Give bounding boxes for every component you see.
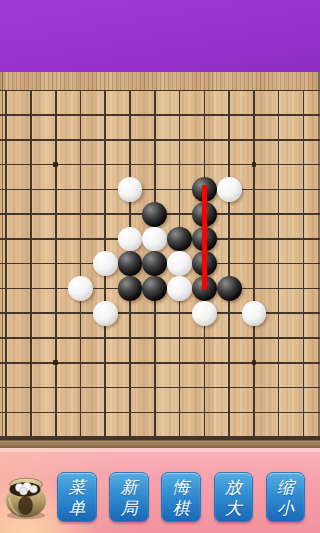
white-stone: ○ [217,177,242,202]
gomoku-app-screen: ○●○●●○○●●○●●○●○●●○●●○○○ [0,0,320,533]
header-bar [0,0,320,73]
board-left-edge [2,72,3,438]
white-stone: ○ [242,301,267,326]
grid-line-h [0,312,320,314]
white-stone: ○ [93,251,118,276]
grid-line-h [0,337,320,339]
grid-line-h [0,90,320,92]
white-stone: ○ [68,276,93,301]
black-stone: ● [142,276,167,301]
toolbar-top-highlight [0,448,320,452]
star-point [53,162,58,167]
black-stone: ● [217,276,242,301]
undo-button[interactable]: 悔棋 [161,472,201,522]
toolbar-buttons: 菜单 新局 悔棋 放大 缩小 [57,472,305,522]
grid-line-h [0,362,320,364]
win-line [202,185,207,290]
go-board[interactable]: ○●○●●○○●●○●●○●○●●○●●○○○ [0,72,320,448]
star-point [53,360,58,365]
new-game-button[interactable]: 新局 [109,472,149,522]
menu-button[interactable]: 菜单 [57,472,97,522]
toolbar: 菜单 新局 悔棋 放大 缩小 [0,448,320,533]
star-point [252,162,257,167]
white-stone: ○ [192,301,217,326]
zoom-in-button[interactable]: 放大 [214,472,254,522]
black-stone: ● [167,227,192,252]
grid-line-h [0,412,320,414]
grid-line-h [0,164,320,166]
black-stone: ● [118,276,143,301]
grid-line-h [0,139,320,141]
star-point [252,360,257,365]
white-stone: ○ [93,301,118,326]
white-stone: ○ [142,227,167,252]
board-top-margin [0,72,320,90]
grid-line-h [0,387,320,389]
white-stone: ○ [167,251,192,276]
board-bottom-edge [0,438,320,448]
white-stone: ○ [118,177,143,202]
black-stone: ● [142,251,167,276]
black-stone: ● [118,251,143,276]
stone-bowl-icon [3,474,49,520]
grid-line-h [0,189,320,191]
zoom-out-button[interactable]: 缩小 [266,472,306,522]
white-stone: ○ [118,227,143,252]
grid-line-h [0,114,320,116]
white-stone: ○ [167,276,192,301]
board-right-edge [318,72,319,438]
black-stone: ● [142,202,167,227]
